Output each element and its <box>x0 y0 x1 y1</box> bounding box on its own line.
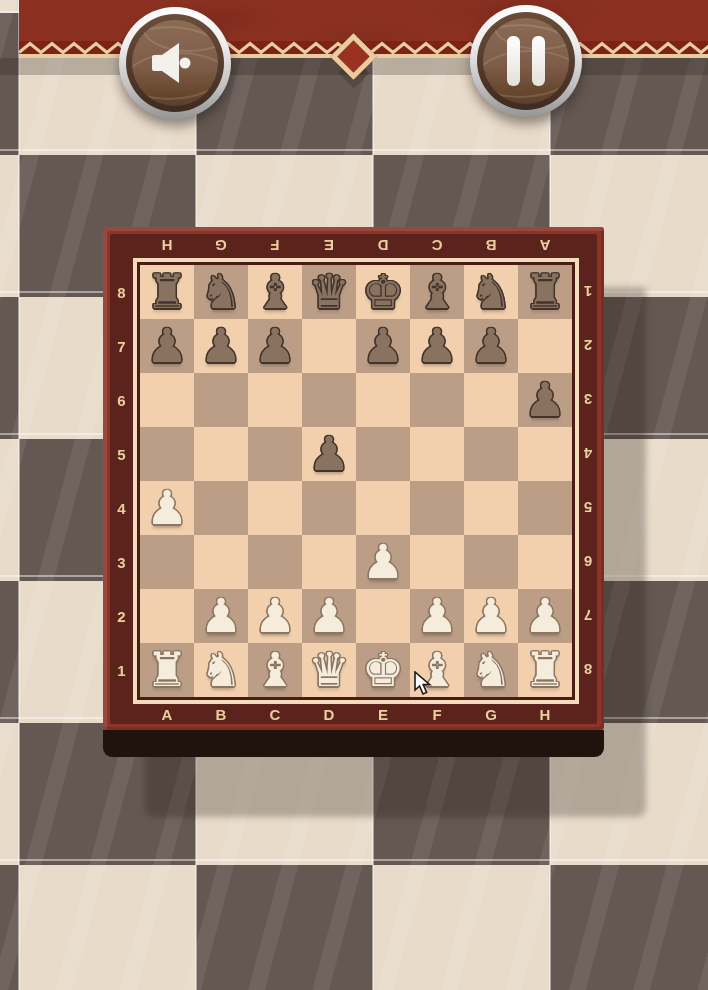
rank-label-4: 4 <box>579 427 597 481</box>
square-f4[interactable] <box>410 481 464 535</box>
square-b1[interactable]: ♞ <box>194 643 248 697</box>
black-bishop: ♝ <box>248 265 302 319</box>
button-wood-face <box>132 20 218 106</box>
white-knight: ♞ <box>194 643 248 697</box>
square-f6[interactable] <box>410 373 464 427</box>
square-f3[interactable] <box>410 535 464 589</box>
square-h8[interactable]: ♜ <box>518 265 572 319</box>
mouse-cursor <box>414 671 434 697</box>
black-pawn: ♟ <box>518 373 572 427</box>
square-g3[interactable] <box>464 535 518 589</box>
square-e3[interactable]: ♟ <box>356 535 410 589</box>
board-underside <box>103 730 604 757</box>
square-d6[interactable] <box>302 373 356 427</box>
square-a7[interactable]: ♟ <box>140 319 194 373</box>
square-h4[interactable] <box>518 481 572 535</box>
square-c3[interactable] <box>248 535 302 589</box>
button-wood-face <box>483 18 569 104</box>
sound-button[interactable] <box>119 7 231 119</box>
file-label-b: B <box>464 234 518 258</box>
square-f2[interactable]: ♟ <box>410 589 464 643</box>
file-label-d: D <box>356 234 410 258</box>
white-pawn: ♟ <box>356 535 410 589</box>
square-b2[interactable]: ♟ <box>194 589 248 643</box>
file-labels-top: ABCDEFGH <box>140 234 572 258</box>
pause-button[interactable] <box>470 5 582 117</box>
file-labels-bottom: ABCDEFGH <box>140 704 572 724</box>
square-f5[interactable] <box>410 427 464 481</box>
square-e7[interactable]: ♟ <box>356 319 410 373</box>
file-label-a: A <box>140 704 194 724</box>
file-label-c: C <box>410 234 464 258</box>
board-playfield: ♜♞♝♛♚♝♞♜♟♟♟♟♟♟♟♟♟♟♟♟♟♟♟♟♜♞♝♛♚♝♞♜ <box>133 258 579 704</box>
square-b3[interactable] <box>194 535 248 589</box>
file-label-f: F <box>248 234 302 258</box>
square-e5[interactable] <box>356 427 410 481</box>
black-pawn: ♟ <box>302 427 356 481</box>
board-frame: ABCDEFGH ABCDEFGH 87654321 87654321 ♜♞♝♛… <box>110 234 597 724</box>
square-h1[interactable]: ♜ <box>518 643 572 697</box>
square-g1[interactable]: ♞ <box>464 643 518 697</box>
pause-icon <box>507 36 545 86</box>
square-d7[interactable] <box>302 319 356 373</box>
white-pawn: ♟ <box>248 589 302 643</box>
rank-label-1: 1 <box>110 643 133 697</box>
square-a1[interactable]: ♜ <box>140 643 194 697</box>
square-c7[interactable]: ♟ <box>248 319 302 373</box>
square-g8[interactable]: ♞ <box>464 265 518 319</box>
square-d3[interactable] <box>302 535 356 589</box>
square-a8[interactable]: ♜ <box>140 265 194 319</box>
black-pawn: ♟ <box>356 319 410 373</box>
square-f8[interactable]: ♝ <box>410 265 464 319</box>
square-d5[interactable]: ♟ <box>302 427 356 481</box>
file-label-g: G <box>464 704 518 724</box>
square-g5[interactable] <box>464 427 518 481</box>
square-g4[interactable] <box>464 481 518 535</box>
file-label-d: D <box>302 704 356 724</box>
square-d2[interactable]: ♟ <box>302 589 356 643</box>
white-queen: ♛ <box>302 643 356 697</box>
white-pawn: ♟ <box>464 589 518 643</box>
board-outer-border: ABCDEFGH ABCDEFGH 87654321 87654321 ♜♞♝♛… <box>103 227 604 730</box>
square-e6[interactable] <box>356 373 410 427</box>
white-pawn: ♟ <box>518 589 572 643</box>
square-c5[interactable] <box>248 427 302 481</box>
rank-label-5: 5 <box>579 481 597 535</box>
square-e8[interactable]: ♚ <box>356 265 410 319</box>
board-squares: ♜♞♝♛♚♝♞♜♟♟♟♟♟♟♟♟♟♟♟♟♟♟♟♟♜♞♝♛♚♝♞♜ <box>140 265 572 697</box>
black-bishop: ♝ <box>410 265 464 319</box>
chess-board: ABCDEFGH ABCDEFGH 87654321 87654321 ♜♞♝♛… <box>103 227 604 757</box>
rank-label-5: 5 <box>110 427 133 481</box>
rank-label-8: 8 <box>579 643 597 697</box>
square-c4[interactable] <box>248 481 302 535</box>
square-d8[interactable]: ♛ <box>302 265 356 319</box>
rank-label-2: 2 <box>110 589 133 643</box>
white-pawn: ♟ <box>302 589 356 643</box>
white-bishop: ♝ <box>248 643 302 697</box>
white-pawn: ♟ <box>410 589 464 643</box>
rank-labels-left: 87654321 <box>110 265 133 697</box>
black-pawn: ♟ <box>140 319 194 373</box>
white-pawn: ♟ <box>194 589 248 643</box>
square-b6[interactable] <box>194 373 248 427</box>
square-h3[interactable] <box>518 535 572 589</box>
square-e1[interactable]: ♚ <box>356 643 410 697</box>
square-a5[interactable] <box>140 427 194 481</box>
file-label-c: C <box>248 704 302 724</box>
square-a6[interactable] <box>140 373 194 427</box>
square-g2[interactable]: ♟ <box>464 589 518 643</box>
square-h2[interactable]: ♟ <box>518 589 572 643</box>
square-b8[interactable]: ♞ <box>194 265 248 319</box>
rank-labels-right: 87654321 <box>579 265 597 697</box>
rank-label-7: 7 <box>110 319 133 373</box>
square-d1[interactable]: ♛ <box>302 643 356 697</box>
white-knight: ♞ <box>464 643 518 697</box>
rank-label-7: 7 <box>579 589 597 643</box>
rank-label-4: 4 <box>110 481 133 535</box>
black-pawn: ♟ <box>410 319 464 373</box>
rank-label-3: 3 <box>579 373 597 427</box>
white-rook: ♜ <box>518 643 572 697</box>
file-label-e: E <box>356 704 410 724</box>
square-e2[interactable] <box>356 589 410 643</box>
rank-label-8: 8 <box>110 265 133 319</box>
rank-label-1: 1 <box>579 265 597 319</box>
square-h5[interactable] <box>518 427 572 481</box>
game-background: ABCDEFGH ABCDEFGH 87654321 87654321 ♜♞♝♛… <box>0 0 708 990</box>
square-c8[interactable]: ♝ <box>248 265 302 319</box>
square-h6[interactable]: ♟ <box>518 373 572 427</box>
black-rook: ♜ <box>518 265 572 319</box>
square-h7[interactable] <box>518 319 572 373</box>
white-rook: ♜ <box>140 643 194 697</box>
square-c6[interactable] <box>248 373 302 427</box>
square-d4[interactable] <box>302 481 356 535</box>
black-queen: ♛ <box>302 265 356 319</box>
rank-label-6: 6 <box>579 535 597 589</box>
black-knight: ♞ <box>194 265 248 319</box>
square-g7[interactable]: ♟ <box>464 319 518 373</box>
square-e4[interactable] <box>356 481 410 535</box>
rank-label-6: 6 <box>110 373 133 427</box>
white-pawn: ♟ <box>140 481 194 535</box>
square-a4[interactable]: ♟ <box>140 481 194 535</box>
rank-label-3: 3 <box>110 535 133 589</box>
black-king: ♚ <box>356 265 410 319</box>
square-c2[interactable]: ♟ <box>248 589 302 643</box>
square-f7[interactable]: ♟ <box>410 319 464 373</box>
square-b4[interactable] <box>194 481 248 535</box>
file-label-h: H <box>518 704 572 724</box>
black-knight: ♞ <box>464 265 518 319</box>
square-c1[interactable]: ♝ <box>248 643 302 697</box>
black-rook: ♜ <box>140 265 194 319</box>
square-b7[interactable]: ♟ <box>194 319 248 373</box>
file-label-h: H <box>140 234 194 258</box>
square-b5[interactable] <box>194 427 248 481</box>
file-label-e: E <box>302 234 356 258</box>
white-king: ♚ <box>356 643 410 697</box>
file-label-f: F <box>410 704 464 724</box>
black-pawn: ♟ <box>194 319 248 373</box>
rank-label-2: 2 <box>579 319 597 373</box>
square-a3[interactable] <box>140 535 194 589</box>
file-label-g: G <box>194 234 248 258</box>
file-label-a: A <box>518 234 572 258</box>
black-pawn: ♟ <box>248 319 302 373</box>
square-g6[interactable] <box>464 373 518 427</box>
black-pawn: ♟ <box>464 319 518 373</box>
square-a2[interactable] <box>140 589 194 643</box>
file-label-b: B <box>194 704 248 724</box>
